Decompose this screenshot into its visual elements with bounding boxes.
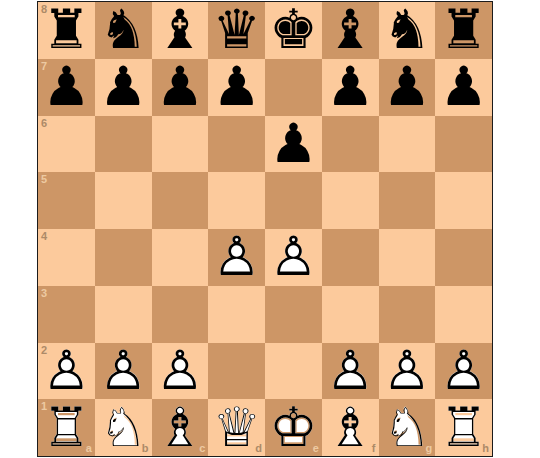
square-b5[interactable] (95, 172, 152, 229)
piece-black-queen: ♛ (212, 2, 260, 58)
white-piece-outline-glyph: ♙ (212, 229, 260, 285)
white-piece-outline-glyph: ♙ (269, 229, 317, 285)
piece-white-knight: ♞♘ (99, 400, 147, 456)
square-f8[interactable]: ♝ (322, 2, 379, 59)
square-b7[interactable]: ♟ (95, 59, 152, 116)
square-e8[interactable]: ♚ (265, 2, 322, 59)
square-h7[interactable]: ♟ (435, 59, 492, 116)
square-b6[interactable] (95, 116, 152, 173)
square-d6[interactable] (208, 116, 265, 173)
white-piece-outline-glyph: ♙ (156, 343, 204, 399)
rank-label-4: 4 (41, 231, 47, 242)
square-g3[interactable] (379, 286, 436, 343)
square-g5[interactable] (379, 172, 436, 229)
white-piece-outline-glyph: ♖ (439, 400, 487, 456)
piece-black-bishop: ♝ (156, 2, 204, 58)
square-h4[interactable] (435, 229, 492, 286)
piece-white-rook: ♜♖ (439, 400, 487, 456)
piece-white-pawn: ♟♙ (99, 343, 147, 399)
square-c4[interactable] (152, 229, 209, 286)
piece-white-pawn: ♟♙ (269, 229, 317, 285)
square-b4[interactable] (95, 229, 152, 286)
white-piece-outline-glyph: ♙ (42, 343, 90, 399)
square-b1[interactable]: b♞♘ (95, 399, 152, 456)
piece-black-rook: ♜ (42, 2, 90, 58)
piece-black-pawn: ♟ (326, 59, 374, 115)
white-piece-outline-glyph: ♙ (439, 343, 487, 399)
white-piece-outline-glyph: ♖ (42, 400, 90, 456)
square-g4[interactable] (379, 229, 436, 286)
square-c2[interactable]: ♟♙ (152, 343, 209, 400)
square-c3[interactable] (152, 286, 209, 343)
rank-label-3: 3 (41, 288, 47, 299)
square-c6[interactable] (152, 116, 209, 173)
piece-black-knight: ♞ (99, 2, 147, 58)
piece-white-bishop: ♝♗ (326, 400, 374, 456)
square-d7[interactable]: ♟ (208, 59, 265, 116)
square-f1[interactable]: f♝♗ (322, 399, 379, 456)
square-g7[interactable]: ♟ (379, 59, 436, 116)
square-a2[interactable]: 2♟♙ (38, 343, 95, 400)
square-a4[interactable]: 4 (38, 229, 95, 286)
piece-white-pawn: ♟♙ (156, 343, 204, 399)
piece-white-pawn: ♟♙ (326, 343, 374, 399)
square-d3[interactable] (208, 286, 265, 343)
square-h5[interactable] (435, 172, 492, 229)
piece-white-pawn: ♟♙ (42, 343, 90, 399)
square-e4[interactable]: ♟♙ (265, 229, 322, 286)
piece-black-pawn: ♟ (42, 59, 90, 115)
square-b2[interactable]: ♟♙ (95, 343, 152, 400)
square-e1[interactable]: e♚♔ (265, 399, 322, 456)
square-a6[interactable]: 6 (38, 116, 95, 173)
square-g1[interactable]: g♞♘ (379, 399, 436, 456)
square-d8[interactable]: ♛ (208, 2, 265, 59)
square-h3[interactable] (435, 286, 492, 343)
white-piece-outline-glyph: ♕ (212, 400, 260, 456)
rank-label-6: 6 (41, 118, 47, 129)
square-d1[interactable]: d♛♕ (208, 399, 265, 456)
square-c8[interactable]: ♝ (152, 2, 209, 59)
chessboard-page: 8♜♞♝♛♚♝♞♜7♟♟♟♟♟♟♟6♟54♟♙♟♙32♟♙♟♙♟♙♟♙♟♙♟♙1… (0, 0, 540, 458)
square-f2[interactable]: ♟♙ (322, 343, 379, 400)
square-f5[interactable] (322, 172, 379, 229)
square-h2[interactable]: ♟♙ (435, 343, 492, 400)
square-e5[interactable] (265, 172, 322, 229)
white-piece-outline-glyph: ♗ (326, 400, 374, 456)
piece-white-pawn: ♟♙ (383, 343, 431, 399)
square-b8[interactable]: ♞ (95, 2, 152, 59)
piece-black-king: ♚ (269, 2, 317, 58)
piece-white-rook: ♜♖ (42, 400, 90, 456)
square-g2[interactable]: ♟♙ (379, 343, 436, 400)
piece-black-knight: ♞ (383, 2, 431, 58)
square-c5[interactable] (152, 172, 209, 229)
white-piece-outline-glyph: ♘ (99, 400, 147, 456)
piece-black-bishop: ♝ (326, 2, 374, 58)
square-e7[interactable] (265, 59, 322, 116)
square-e2[interactable] (265, 343, 322, 400)
square-f3[interactable] (322, 286, 379, 343)
white-piece-outline-glyph: ♙ (326, 343, 374, 399)
piece-white-queen: ♛♕ (212, 400, 260, 456)
square-e6[interactable]: ♟ (265, 116, 322, 173)
square-g6[interactable] (379, 116, 436, 173)
square-a7[interactable]: 7♟ (38, 59, 95, 116)
square-c1[interactable]: c♝♗ (152, 399, 209, 456)
white-piece-outline-glyph: ♗ (156, 400, 204, 456)
square-d5[interactable] (208, 172, 265, 229)
square-f4[interactable] (322, 229, 379, 286)
chess-board: 8♜♞♝♛♚♝♞♜7♟♟♟♟♟♟♟6♟54♟♙♟♙32♟♙♟♙♟♙♟♙♟♙♟♙1… (37, 1, 493, 457)
square-h8[interactable]: ♜ (435, 2, 492, 59)
square-h6[interactable] (435, 116, 492, 173)
white-piece-outline-glyph: ♘ (383, 400, 431, 456)
square-c7[interactable]: ♟ (152, 59, 209, 116)
square-a5[interactable]: 5 (38, 172, 95, 229)
piece-black-pawn: ♟ (439, 59, 487, 115)
square-b3[interactable] (95, 286, 152, 343)
square-f7[interactable]: ♟ (322, 59, 379, 116)
square-a3[interactable]: 3 (38, 286, 95, 343)
square-g8[interactable]: ♞ (379, 2, 436, 59)
square-a1[interactable]: 1a♜♖ (38, 399, 95, 456)
square-h1[interactable]: h♜♖ (435, 399, 492, 456)
piece-black-rook: ♜ (439, 2, 487, 58)
piece-white-king: ♚♔ (269, 400, 317, 456)
piece-white-pawn: ♟♙ (439, 343, 487, 399)
white-piece-outline-glyph: ♙ (99, 343, 147, 399)
piece-white-pawn: ♟♙ (212, 229, 260, 285)
piece-white-knight: ♞♘ (383, 400, 431, 456)
piece-black-pawn: ♟ (212, 59, 260, 115)
piece-black-pawn: ♟ (156, 59, 204, 115)
piece-white-bishop: ♝♗ (156, 400, 204, 456)
square-e3[interactable] (265, 286, 322, 343)
piece-black-pawn: ♟ (269, 116, 317, 172)
rank-label-5: 5 (41, 174, 47, 185)
white-piece-outline-glyph: ♙ (383, 343, 431, 399)
piece-black-pawn: ♟ (383, 59, 431, 115)
square-f6[interactable] (322, 116, 379, 173)
square-a8[interactable]: 8♜ (38, 2, 95, 59)
piece-black-pawn: ♟ (99, 59, 147, 115)
square-d4[interactable]: ♟♙ (208, 229, 265, 286)
white-piece-outline-glyph: ♔ (269, 400, 317, 456)
square-d2[interactable] (208, 343, 265, 400)
